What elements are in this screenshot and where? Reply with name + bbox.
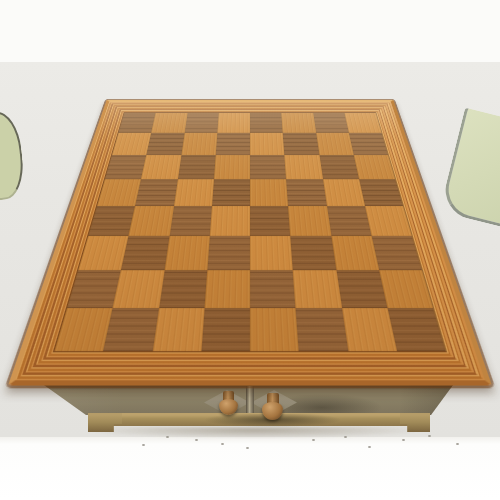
square-g4[interactable]: [327, 206, 372, 236]
square-c6[interactable]: [177, 155, 215, 179]
square-c1[interactable]: [152, 308, 204, 351]
square-g8[interactable]: [313, 113, 349, 133]
dust-speck: [142, 444, 145, 446]
square-b7[interactable]: [147, 133, 185, 155]
square-h5[interactable]: [359, 179, 403, 206]
dust-speck: [428, 435, 431, 437]
dust-speck: [312, 439, 315, 441]
square-b4[interactable]: [129, 206, 174, 236]
square-e8[interactable]: [250, 113, 283, 133]
photo-stage: [0, 0, 500, 500]
square-g6[interactable]: [319, 155, 359, 179]
square-c4[interactable]: [169, 206, 212, 236]
square-f6[interactable]: [284, 155, 322, 179]
square-c5[interactable]: [174, 179, 214, 206]
square-g1[interactable]: [341, 308, 396, 351]
square-c7[interactable]: [181, 133, 217, 155]
drawer-divider: [246, 386, 254, 414]
square-f7[interactable]: [283, 133, 319, 155]
dust-speck: [368, 446, 371, 448]
square-e6[interactable]: [250, 155, 286, 179]
square-c2[interactable]: [159, 270, 208, 308]
square-f8[interactable]: [281, 113, 315, 133]
square-e7[interactable]: [250, 133, 284, 155]
square-e2[interactable]: [250, 270, 296, 308]
square-e3[interactable]: [250, 236, 293, 270]
square-d1[interactable]: [201, 308, 250, 351]
square-h8[interactable]: [344, 113, 381, 133]
square-f3[interactable]: [290, 236, 335, 270]
square-a6[interactable]: [105, 155, 147, 179]
square-b5[interactable]: [135, 179, 177, 206]
dust-speck: [344, 436, 347, 438]
square-b8[interactable]: [151, 113, 187, 133]
square-b2[interactable]: [113, 270, 164, 308]
square-e5[interactable]: [250, 179, 288, 206]
square-g7[interactable]: [316, 133, 354, 155]
knob-bulb: [262, 402, 283, 420]
square-b6[interactable]: [141, 155, 181, 179]
square-f5[interactable]: [286, 179, 326, 206]
dust-speck: [246, 447, 249, 449]
square-e4[interactable]: [250, 206, 290, 236]
dust-speck: [195, 439, 198, 441]
square-d6[interactable]: [214, 155, 250, 179]
foreground-surface: [0, 437, 500, 500]
square-b1[interactable]: [103, 308, 158, 351]
square-h6[interactable]: [353, 155, 395, 179]
left-drawer-knob: [219, 391, 238, 415]
floor-shadow: [95, 427, 415, 438]
square-f4[interactable]: [288, 206, 331, 236]
square-d5[interactable]: [212, 179, 250, 206]
square-b3[interactable]: [121, 236, 169, 270]
square-d4[interactable]: [210, 206, 250, 236]
square-a8[interactable]: [118, 113, 155, 133]
dust-speck: [402, 439, 405, 441]
square-e1[interactable]: [250, 308, 299, 351]
square-d2[interactable]: [204, 270, 250, 308]
square-d7[interactable]: [216, 133, 250, 155]
square-a4[interactable]: [88, 206, 135, 236]
knob-bulb: [219, 399, 238, 415]
square-c8[interactable]: [184, 113, 218, 133]
square-f1[interactable]: [296, 308, 348, 351]
square-c3[interactable]: [164, 236, 209, 270]
square-d8[interactable]: [217, 113, 250, 133]
right-drawer-knob: [262, 393, 283, 420]
square-a7[interactable]: [112, 133, 151, 155]
square-g5[interactable]: [323, 179, 365, 206]
background-wall: [0, 0, 500, 62]
square-a3[interactable]: [78, 236, 128, 270]
square-h7[interactable]: [349, 133, 388, 155]
square-d3[interactable]: [207, 236, 250, 270]
square-a5[interactable]: [97, 179, 141, 206]
dust-speck: [221, 443, 224, 445]
dust-speck: [166, 436, 169, 438]
dust-speck: [456, 443, 459, 445]
square-f2[interactable]: [293, 270, 342, 308]
